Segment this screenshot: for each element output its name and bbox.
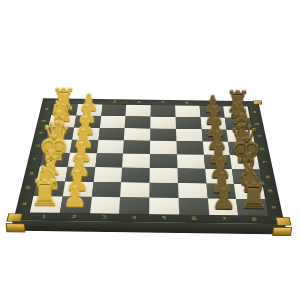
corner-foot-right [272,227,292,236]
square [98,128,125,141]
square [124,128,150,141]
square [123,140,150,154]
square [91,182,121,198]
photo-tilt: 12345678 12345678 зжедгвба зжедгвба ♜♟♟♜… [0,0,300,300]
square [99,116,125,128]
corner-bracket-back-right [253,100,263,104]
square [150,128,176,141]
square [175,105,200,117]
square: ♜ [236,199,268,216]
square [150,168,178,183]
corner-foot-left [6,223,26,233]
square [93,167,122,182]
square [89,197,120,214]
square [122,154,150,168]
scene-3d: 12345678 12345678 зжедгвба зжедгвба ♜♟♟♜… [0,0,300,300]
square [121,167,149,182]
gold-pawn: ♟ [62,183,87,211]
square [150,141,177,155]
bronze-rook: ♜ [238,179,269,214]
product-photo: 12345678 12345678 зжедгвба зжедгвба ♜♟♟♜… [0,0,300,300]
square [178,183,208,199]
squares-grid: ♜♟♟♜♞♟♟♞♝♟♟♝♛♟♟♛♚♟♟♚♝♟♟♝♞♟♟♞♜♟♟♜ [30,104,269,216]
square: ♜ [30,196,63,213]
square: ♟ [60,197,92,214]
square [150,116,175,128]
square [126,105,151,117]
square [125,116,151,128]
square [119,197,149,214]
square [149,198,179,215]
square [177,154,205,168]
square [178,198,208,215]
square [96,140,124,153]
square [120,182,149,198]
square [149,182,178,198]
corner-bracket-front-right [275,217,291,226]
square [150,105,175,117]
square [175,117,201,129]
chess-board: 12345678 12345678 зжедгвба зжедгвба ♜♟♟♜… [13,98,284,224]
bronze-pawn: ♟ [211,185,236,213]
corner-bracket-front-left [6,213,23,221]
square [176,141,203,155]
gold-rook: ♜ [30,176,61,211]
square [177,168,206,183]
square [101,104,127,116]
square [95,153,123,167]
square [176,129,203,142]
square: ♟ [207,199,238,216]
square [150,154,177,168]
